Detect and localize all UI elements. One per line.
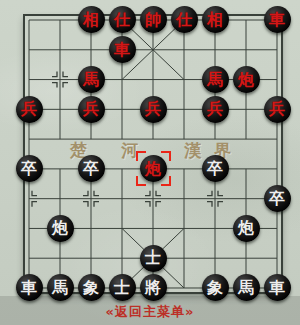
piece-glyph: 馬 [83, 72, 99, 88]
piece-red-cannon[interactable]: 炮 [233, 66, 260, 93]
piece-glyph: 卒 [21, 161, 37, 177]
piece-glyph: 車 [114, 42, 130, 58]
piece-glyph: 士 [145, 250, 161, 266]
piece-black-cannon[interactable]: 炮 [233, 215, 260, 242]
piece-black-soldier[interactable]: 卒 [202, 155, 229, 182]
piece-glyph: 車 [269, 12, 285, 28]
piece-black-advisor[interactable]: 士 [140, 245, 167, 272]
piece-black-elephant[interactable]: 象 [78, 274, 105, 301]
piece-glyph: 兵 [83, 101, 99, 117]
piece-glyph: 兵 [21, 101, 37, 117]
piece-glyph: 炮 [238, 220, 254, 236]
piece-glyph: 炮 [52, 220, 68, 236]
piece-glyph: 將 [145, 280, 161, 296]
piece-glyph: 馬 [52, 280, 68, 296]
piece-glyph: 炮 [145, 161, 161, 177]
piece-glyph: 帥 [145, 12, 161, 28]
piece-glyph: 相 [83, 12, 99, 28]
piece-red-advisor[interactable]: 仕 [109, 6, 136, 33]
piece-black-elephant[interactable]: 象 [202, 274, 229, 301]
piece-red-soldier[interactable]: 兵 [140, 96, 167, 123]
xiangqi-board[interactable]: 相仕帥仕相車車馬馬炮兵兵兵兵兵炮卒卒卒卒炮炮士車馬象士將象馬車 [14, 5, 293, 303]
piece-black-general[interactable]: 將 [140, 274, 167, 301]
piece-glyph: 仕 [176, 12, 192, 28]
piece-glyph: 仕 [114, 12, 130, 28]
piece-black-cannon[interactable]: 炮 [47, 215, 74, 242]
piece-red-chariot[interactable]: 車 [264, 6, 291, 33]
piece-red-advisor[interactable]: 仕 [171, 6, 198, 33]
piece-glyph: 兵 [207, 101, 223, 117]
piece-red-soldier[interactable]: 兵 [78, 96, 105, 123]
piece-red-cannon[interactable]: 炮 [140, 155, 167, 182]
piece-red-soldier[interactable]: 兵 [202, 96, 229, 123]
piece-red-chariot[interactable]: 車 [109, 36, 136, 63]
piece-black-chariot[interactable]: 車 [264, 274, 291, 301]
piece-glyph: 卒 [269, 191, 285, 207]
piece-red-soldier[interactable]: 兵 [264, 96, 291, 123]
piece-glyph: 士 [114, 280, 130, 296]
piece-glyph: 馬 [238, 280, 254, 296]
piece-glyph: 炮 [238, 72, 254, 88]
piece-red-elephant[interactable]: 相 [202, 6, 229, 33]
piece-red-elephant[interactable]: 相 [78, 6, 105, 33]
piece-glyph: 象 [83, 280, 99, 296]
xiangqi-app-window: 楚河 漢界 相仕帥仕相車車馬馬炮兵兵兵兵兵炮卒卒卒卒炮炮士車馬象士將象馬車 «返… [0, 0, 300, 325]
piece-glyph: 卒 [207, 161, 223, 177]
piece-red-horse[interactable]: 馬 [78, 66, 105, 93]
piece-red-horse[interactable]: 馬 [202, 66, 229, 93]
piece-glyph: 卒 [83, 161, 99, 177]
piece-glyph: 兵 [145, 101, 161, 117]
selection-bracket-icon [161, 176, 171, 186]
piece-black-soldier[interactable]: 卒 [78, 155, 105, 182]
piece-glyph: 兵 [269, 101, 285, 117]
selection-bracket-icon [136, 151, 146, 161]
piece-black-horse[interactable]: 馬 [233, 274, 260, 301]
piece-black-chariot[interactable]: 車 [16, 274, 43, 301]
piece-black-horse[interactable]: 馬 [47, 274, 74, 301]
piece-black-soldier[interactable]: 卒 [16, 155, 43, 182]
selection-bracket-icon [161, 151, 171, 161]
piece-glyph: 象 [207, 280, 223, 296]
piece-glyph: 馬 [207, 72, 223, 88]
piece-black-soldier[interactable]: 卒 [264, 185, 291, 212]
piece-glyph: 相 [207, 12, 223, 28]
back-to-main-menu-button[interactable]: «返回主菜单» [0, 303, 300, 321]
piece-glyph: 車 [21, 280, 37, 296]
piece-glyph: 車 [269, 280, 285, 296]
selection-bracket-icon [136, 176, 146, 186]
piece-red-soldier[interactable]: 兵 [16, 96, 43, 123]
piece-red-general[interactable]: 帥 [140, 6, 167, 33]
piece-black-advisor[interactable]: 士 [109, 274, 136, 301]
